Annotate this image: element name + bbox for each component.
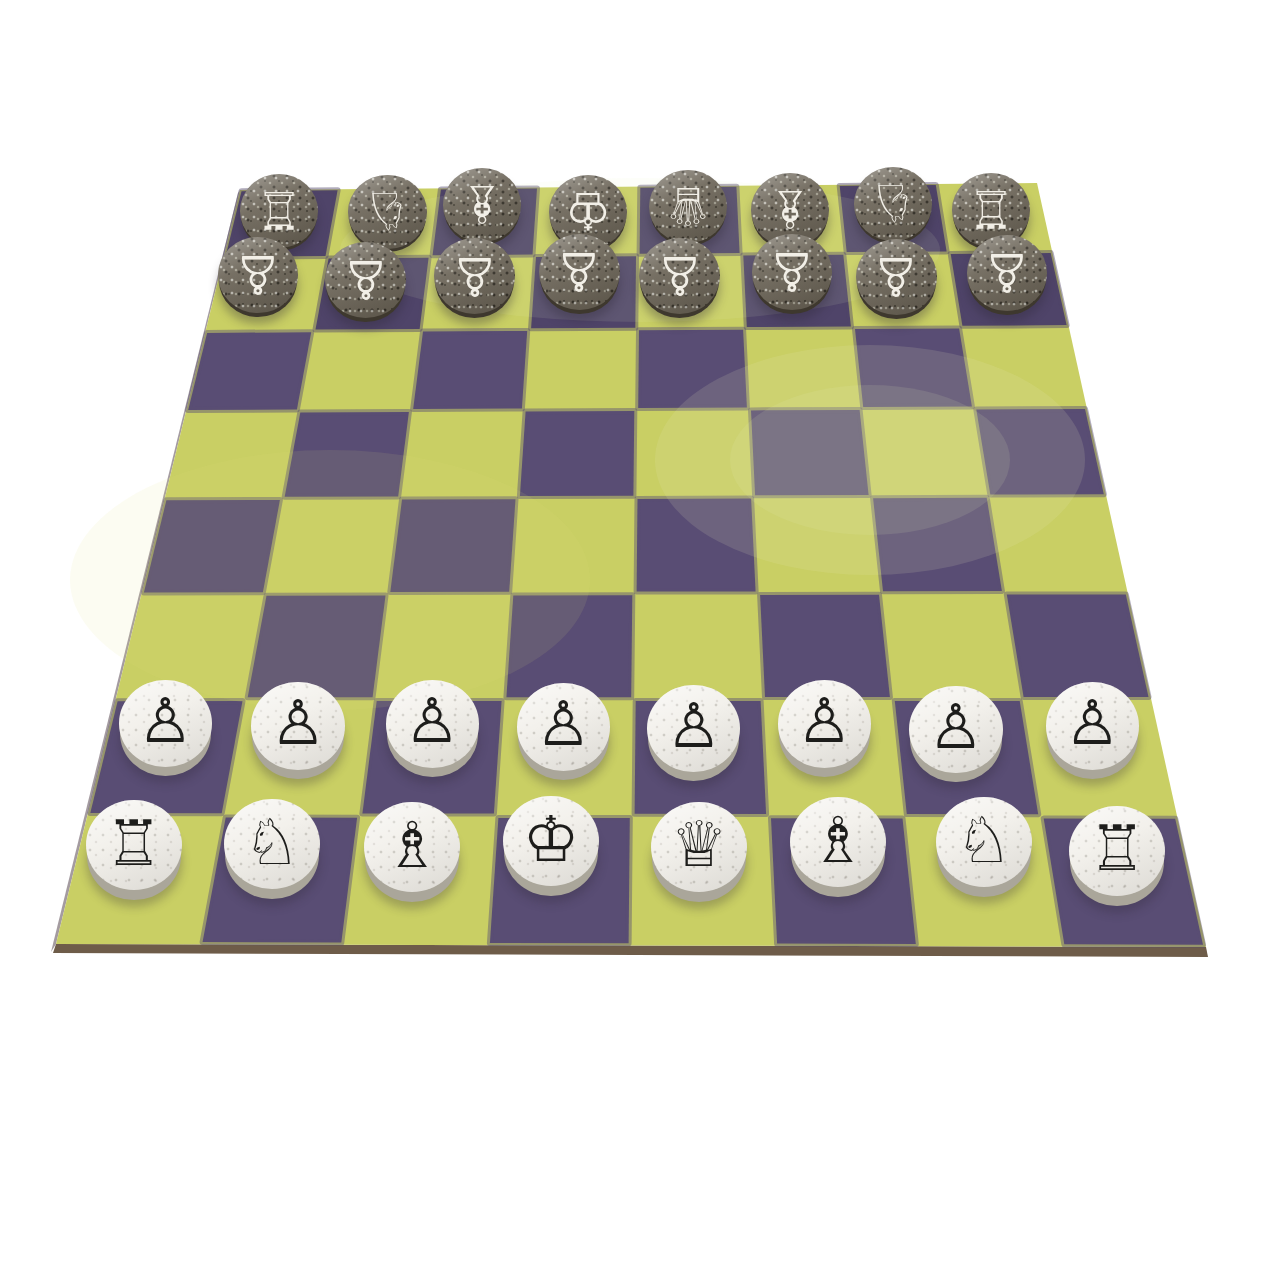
piece-silver-pawn-a7[interactable]: ♙: [218, 237, 299, 313]
piece-white-queen-e1[interactable]: ♕: [651, 802, 747, 892]
chess-pawn-icon: ♙: [138, 691, 193, 753]
piece-silver-pawn-b7[interactable]: ♙: [325, 242, 406, 318]
piece-silver-knight-b8[interactable]: ♘: [348, 175, 426, 249]
chess-pawn-icon: ♙: [234, 247, 282, 300]
chess-rook-icon: ♖: [106, 812, 163, 875]
piece-white-rook-a1[interactable]: ♖: [86, 800, 182, 890]
chess-queen-icon: ♕: [671, 813, 728, 876]
chess-knight-icon: ♘: [870, 177, 916, 229]
piece-white-knight-g1[interactable]: ♘: [936, 797, 1032, 887]
piece-white-pawn-e2[interactable]: ♙: [647, 685, 740, 773]
piece-white-bishop-c1[interactable]: ♗: [364, 802, 460, 892]
chess-pawn-icon: ♙: [536, 695, 591, 757]
piece-silver-pawn-f7[interactable]: ♙: [752, 234, 833, 310]
chess-knight-icon: ♘: [364, 184, 410, 236]
piece-silver-queen-e8[interactable]: ♕: [649, 170, 727, 244]
chess-pawn-icon: ♙: [451, 248, 499, 301]
piece-silver-knight-g8[interactable]: ♘: [854, 167, 932, 241]
piece-white-pawn-g2[interactable]: ♙: [909, 686, 1002, 774]
chess-pawn-icon: ♙: [768, 243, 816, 296]
piece-white-pawn-c2[interactable]: ♙: [386, 680, 479, 768]
piece-white-pawn-h2[interactable]: ♙: [1046, 682, 1139, 770]
chess-pawn-icon: ♙: [342, 251, 390, 304]
chess-pawn-icon: ♙: [666, 696, 721, 758]
chess-queen-icon: ♕: [665, 179, 711, 231]
photo-canvas: ♖♘♗♔♕♗♘♖♙♙♙♙♙♙♙♙♙♙♙♙♙♙♙♙♖♘♗♔♕♗♘♖: [0, 0, 1280, 1280]
pieces-layer: ♖♘♗♔♕♗♘♖♙♙♙♙♙♙♙♙♙♙♙♙♙♙♙♙♖♘♗♔♕♗♘♖: [0, 0, 1280, 1280]
chess-knight-icon: ♘: [243, 811, 300, 874]
chess-king-icon: ♔: [523, 808, 580, 871]
chess-rook-icon: ♖: [256, 184, 302, 236]
chess-rook-icon: ♖: [1089, 817, 1146, 880]
piece-white-bishop-f1[interactable]: ♗: [790, 797, 886, 887]
chess-bishop-icon: ♗: [459, 178, 505, 230]
piece-white-rook-h1[interactable]: ♖: [1069, 806, 1165, 896]
chess-pawn-icon: ♙: [555, 244, 603, 297]
chess-pawn-icon: ♙: [872, 249, 920, 302]
chess-pawn-icon: ♙: [983, 245, 1031, 298]
chess-knight-icon: ♘: [956, 809, 1013, 872]
piece-silver-bishop-c8[interactable]: ♗: [443, 168, 521, 242]
chess-bishop-icon: ♗: [384, 814, 441, 877]
piece-silver-pawn-e7[interactable]: ♙: [639, 238, 720, 314]
chess-pawn-icon: ♙: [797, 691, 852, 753]
chess-pawn-icon: ♙: [270, 693, 325, 755]
piece-silver-pawn-g7[interactable]: ♙: [856, 239, 937, 315]
chess-bishop-icon: ♗: [767, 183, 813, 235]
chess-pawn-icon: ♙: [1065, 693, 1120, 755]
piece-silver-pawn-h7[interactable]: ♙: [967, 235, 1048, 311]
piece-silver-pawn-d7[interactable]: ♙: [539, 234, 620, 310]
chess-pawn-icon: ♙: [656, 248, 704, 301]
piece-white-pawn-d2[interactable]: ♙: [517, 683, 610, 771]
piece-silver-pawn-c7[interactable]: ♙: [434, 238, 515, 314]
piece-white-pawn-a2[interactable]: ♙: [119, 680, 212, 768]
chess-king-icon: ♔: [565, 185, 611, 237]
piece-white-knight-b1[interactable]: ♘: [224, 799, 320, 889]
chess-bishop-icon: ♗: [810, 809, 867, 872]
chess-pawn-icon: ♙: [405, 691, 460, 753]
piece-white-pawn-b2[interactable]: ♙: [251, 682, 344, 770]
piece-white-pawn-f2[interactable]: ♙: [778, 680, 871, 768]
chess-pawn-icon: ♙: [928, 697, 983, 759]
piece-white-king-d1[interactable]: ♔: [503, 796, 599, 886]
chess-rook-icon: ♖: [968, 183, 1014, 235]
